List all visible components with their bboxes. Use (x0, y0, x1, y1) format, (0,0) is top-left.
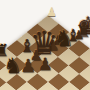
black-pawn-b7-piece: ♟ (37, 56, 52, 73)
black-knight-b-piece: ♞ (4, 56, 23, 77)
white-pawn-piece: ♟ (47, 6, 58, 18)
pieces-layer: ♟♚♜♟♝♟♞♟♝♛♜♟♟♟♞ (0, 0, 90, 90)
chess-set-photo: ♟♚♜♟♝♟♞♟♝♛♜♟♟♟♞ (0, 0, 90, 90)
